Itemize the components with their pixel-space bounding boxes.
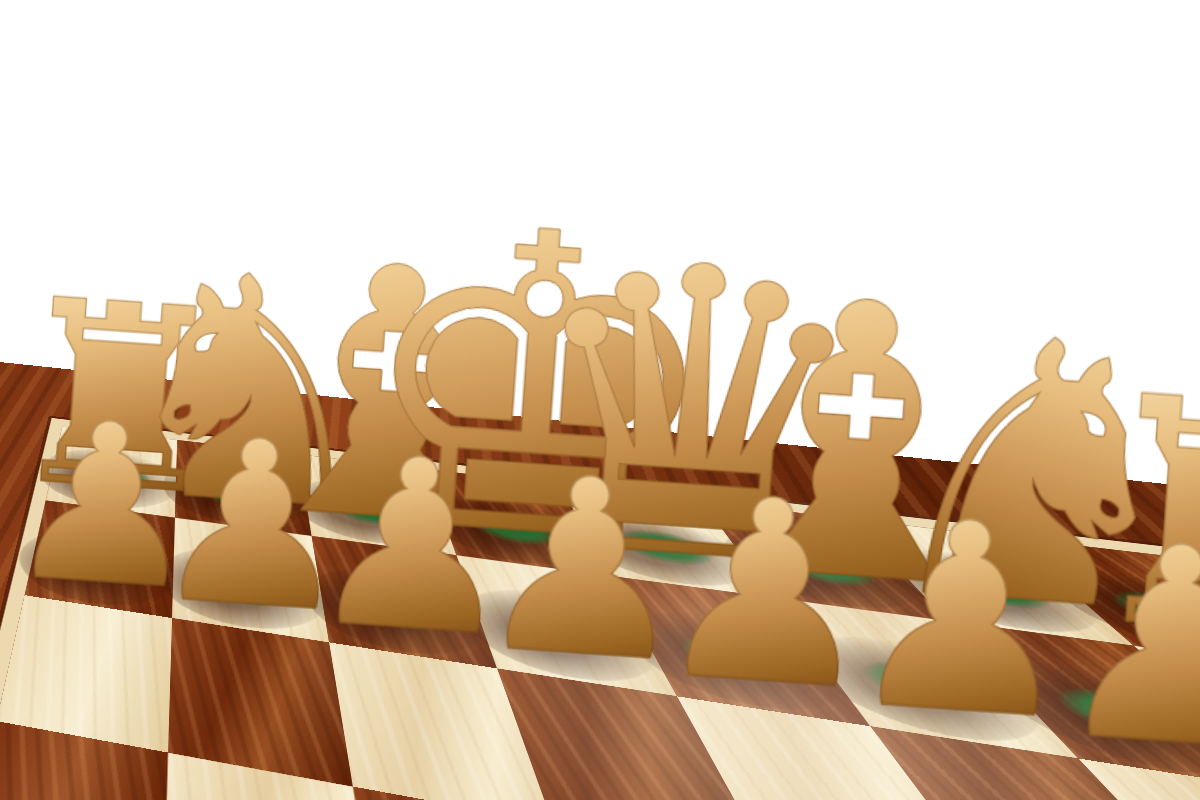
square-h3 — [0, 595, 172, 752]
white-pawn-b2: ♟ — [1045, 505, 1200, 791]
squares: ♜♞♝♚♛♝♞♜♟♟♟♟♟♟♟♟ — [0, 0, 1178, 800]
photo-canvas: ♜♞♝♚♛♝♞♜♟♟♟♟♟♟♟♟ — [0, 0, 1200, 800]
board-tilt-wrapper: ♜♞♝♚♛♝♞♜♟♟♟♟♟♟♟♟ — [0, 360, 968, 800]
chessboard: ♜♞♝♚♛♝♞♜♟♟♟♟♟♟♟♟ — [0, 0, 1200, 489]
